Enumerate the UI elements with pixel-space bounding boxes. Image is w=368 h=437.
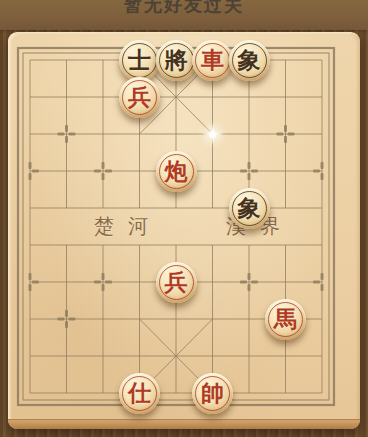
sparkle-core <box>209 131 216 138</box>
piece-glyph: 帥 <box>192 373 233 414</box>
piece-glyph: 將 <box>156 40 197 81</box>
piece-black-elephant-1[interactable]: 象 <box>229 40 270 81</box>
piece-glyph: 士 <box>119 40 160 81</box>
river-label-chu: 楚河 <box>94 213 162 240</box>
piece-red-chariot[interactable]: 車 <box>192 40 233 81</box>
piece-red-advisor[interactable]: 仕 <box>119 373 160 414</box>
game-screen: 暂无好友过关 楚河 漢界 士將車象兵炮象兵馬仕帥 <box>0 0 368 437</box>
piece-glyph: 象 <box>229 188 270 229</box>
piece-red-soldier-1[interactable]: 兵 <box>119 77 160 118</box>
piece-glyph: 馬 <box>265 299 306 340</box>
board-grid <box>8 32 360 429</box>
status-text: 暂无好友过关 <box>0 0 368 17</box>
piece-glyph: 兵 <box>119 77 160 118</box>
piece-red-horse[interactable]: 馬 <box>265 299 306 340</box>
piece-black-elephant-2[interactable]: 象 <box>229 188 270 229</box>
piece-red-general[interactable]: 帥 <box>192 373 233 414</box>
piece-glyph: 炮 <box>156 151 197 192</box>
piece-red-soldier-2[interactable]: 兵 <box>156 262 197 303</box>
piece-glyph: 兵 <box>156 262 197 303</box>
piece-red-cannon[interactable]: 炮 <box>156 151 197 192</box>
piece-glyph: 象 <box>229 40 270 81</box>
piece-glyph: 仕 <box>119 373 160 414</box>
status-bar: 暂无好友过关 <box>0 0 368 30</box>
xiangqi-board[interactable]: 楚河 漢界 士將車象兵炮象兵馬仕帥 <box>8 32 360 429</box>
piece-glyph: 車 <box>192 40 233 81</box>
piece-black-advisor[interactable]: 士 <box>119 40 160 81</box>
piece-black-general[interactable]: 將 <box>156 40 197 81</box>
